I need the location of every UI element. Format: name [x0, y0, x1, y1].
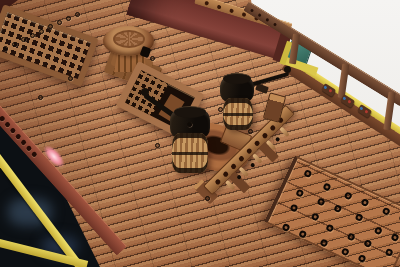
- pin-rail-hole: [4, 121, 11, 128]
- starboard-pump-cap: [223, 73, 251, 84]
- pin-rail-hole: [261, 132, 268, 139]
- pin-rail-hole: [20, 139, 27, 146]
- pin-rail-hole: [242, 12, 247, 17]
- ring-bolt-icon: [325, 223, 334, 232]
- pin-rail-hole: [269, 124, 276, 131]
- port-pump-barrel: [172, 133, 208, 173]
- ring-bolt-icon: [316, 197, 325, 206]
- eyebolt-icon: [75, 12, 80, 17]
- eyebolt-icon: [218, 107, 223, 112]
- pin-rail-hole: [204, 1, 209, 6]
- ring-bolt-icon: [295, 188, 304, 197]
- eyebolt-icon: [21, 37, 26, 42]
- eyebolt-icon: [3, 46, 8, 51]
- model-ship-deck-photo: [0, 0, 400, 267]
- ring-bolt-icon: [357, 254, 366, 263]
- eyebolt-icon: [30, 33, 35, 38]
- pump-hoop: [223, 113, 253, 116]
- ring-bolt-icon: [289, 203, 298, 212]
- ring-bolt-icon: [322, 182, 331, 191]
- ring-bolt-icon: [303, 169, 312, 178]
- red-paint-dot: [347, 100, 351, 104]
- pin-rail-hole: [217, 5, 222, 10]
- eyebolt-icon: [38, 95, 43, 100]
- pin-rail-hole: [246, 148, 253, 155]
- eyebolt-icon: [39, 29, 44, 34]
- capstan-drumhead: [113, 30, 145, 48]
- pin-rail-hole: [229, 8, 234, 13]
- eyebolt-icon: [12, 42, 17, 47]
- ring-bolt-icon: [346, 232, 355, 241]
- ring-bolt-icon: [374, 226, 383, 235]
- ring-bolt-icon: [311, 212, 320, 221]
- rail-hole: [258, 13, 262, 17]
- rail-hole: [265, 18, 269, 22]
- pump-hoop: [172, 152, 208, 155]
- pin-rail-hole: [9, 127, 16, 134]
- eyebolt-icon: [68, 76, 73, 81]
- ring-bolt-icon: [360, 198, 369, 207]
- ring-bolt-icon: [344, 191, 353, 200]
- ring-bolt-icon: [281, 223, 290, 232]
- pin-rail-hole: [25, 145, 32, 152]
- starboard-pump-crank-knob: [284, 66, 291, 73]
- blue-paint-dot: [323, 85, 327, 89]
- eyebolt-icon: [150, 56, 155, 61]
- port-pump-cap: [174, 106, 206, 118]
- ring-bolt-icon: [298, 230, 307, 239]
- eyebolt-icon: [187, 122, 192, 127]
- ring-bolt-icon: [390, 233, 399, 242]
- starboard-pump-barrel: [223, 98, 253, 130]
- pin-rail-hole: [214, 178, 221, 185]
- ring-bolt-icon: [363, 239, 372, 248]
- eyebolt-icon: [66, 16, 71, 21]
- pin-rail-hole: [238, 155, 245, 162]
- ring-bolt-icon: [319, 238, 328, 247]
- ring-bolt-icon: [333, 204, 342, 213]
- eyebolt-icon: [155, 143, 160, 148]
- red-paint-dot: [364, 110, 368, 114]
- pin-rail-hole: [230, 163, 237, 170]
- rail-hole: [273, 23, 277, 27]
- blue-paint-dot: [359, 106, 363, 110]
- eyebolt-icon: [57, 20, 62, 25]
- eyebolt-icon: [248, 129, 253, 134]
- rail-hole: [250, 8, 254, 12]
- eyebolt-icon: [48, 24, 53, 29]
- red-paint-dot: [328, 89, 332, 93]
- ring-bolt-icon: [341, 247, 350, 256]
- blue-paint-dot: [342, 96, 346, 100]
- pin-rail-hole: [31, 151, 38, 158]
- port-pump-crank-knob: [141, 88, 149, 96]
- ring-bolt-icon: [382, 207, 391, 216]
- pin-rail-hole: [0, 115, 6, 122]
- eyebolt-icon: [205, 196, 210, 201]
- pin-rail-hole: [15, 133, 22, 140]
- ring-bolt-icon: [384, 248, 393, 257]
- ring-bolt-icon: [354, 213, 363, 222]
